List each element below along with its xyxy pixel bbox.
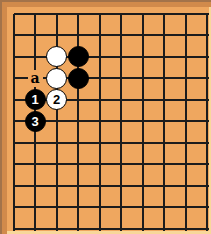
intersection[interactable] (132, 153, 154, 175)
intersection[interactable] (153, 153, 175, 175)
intersection[interactable] (132, 67, 154, 89)
intersection[interactable] (153, 175, 175, 197)
black-stone[interactable] (68, 68, 89, 89)
intersection[interactable] (89, 196, 111, 218)
intersection[interactable] (89, 46, 111, 68)
intersection[interactable] (132, 132, 154, 154)
intersection[interactable] (153, 67, 175, 89)
board-frame-edge-top (0, 0, 211, 2)
intersection[interactable] (67, 24, 89, 46)
intersection[interactable] (67, 89, 89, 111)
intersection[interactable] (153, 46, 175, 68)
white-stone[interactable] (46, 68, 67, 89)
white-stone[interactable] (46, 46, 67, 67)
cut-edge-right (209, 7, 211, 234)
intersection[interactable] (175, 110, 197, 132)
intersection[interactable] (89, 132, 111, 154)
intersection[interactable] (110, 132, 132, 154)
intersection[interactable] (175, 175, 197, 197)
intersection[interactable] (132, 46, 154, 68)
intersection[interactable] (89, 67, 111, 89)
intersection[interactable] (24, 24, 46, 46)
intersection[interactable] (132, 110, 154, 132)
intersection[interactable] (175, 153, 197, 175)
intersection[interactable] (46, 196, 68, 218)
intersection[interactable] (24, 175, 46, 197)
intersection[interactable] (132, 24, 154, 46)
intersection[interactable] (153, 110, 175, 132)
cut-edge-bottom (7, 231, 211, 234)
intersection[interactable] (110, 24, 132, 46)
intersection[interactable] (89, 24, 111, 46)
intersection[interactable] (153, 132, 175, 154)
black-stone[interactable]: 1 (25, 89, 46, 110)
intersection[interactable] (89, 110, 111, 132)
intersection[interactable] (175, 46, 197, 68)
intersection[interactable] (67, 132, 89, 154)
intersection[interactable] (67, 153, 89, 175)
intersection[interactable] (24, 196, 46, 218)
go-diagram: 123a (0, 0, 211, 234)
intersection[interactable] (89, 89, 111, 111)
intersection[interactable] (110, 67, 132, 89)
intersection[interactable] (175, 196, 197, 218)
intersection[interactable] (46, 175, 68, 197)
intersection[interactable] (89, 175, 111, 197)
intersection[interactable] (46, 132, 68, 154)
intersection[interactable] (67, 196, 89, 218)
intersection[interactable] (153, 196, 175, 218)
intersection[interactable] (175, 132, 197, 154)
intersection[interactable] (67, 175, 89, 197)
intersection[interactable] (110, 196, 132, 218)
intersection[interactable] (89, 153, 111, 175)
intersection[interactable] (24, 132, 46, 154)
intersection[interactable] (175, 89, 197, 111)
intersection[interactable] (46, 153, 68, 175)
intersection[interactable] (175, 24, 197, 46)
intersection[interactable] (67, 110, 89, 132)
intersection[interactable] (153, 24, 175, 46)
intersection[interactable] (153, 89, 175, 111)
intersection[interactable] (110, 89, 132, 111)
intersection[interactable] (110, 110, 132, 132)
board-frame-edge-left (0, 0, 2, 234)
black-stone[interactable] (68, 46, 89, 67)
intersection[interactable] (24, 46, 46, 68)
intersection[interactable] (132, 175, 154, 197)
intersection[interactable] (132, 196, 154, 218)
intersection[interactable] (24, 153, 46, 175)
intersection[interactable] (110, 46, 132, 68)
intersection[interactable] (46, 24, 68, 46)
point-label-a[interactable]: a (28, 70, 43, 87)
white-stone[interactable]: 2 (46, 89, 67, 110)
intersection[interactable] (132, 89, 154, 111)
intersection[interactable] (175, 67, 197, 89)
black-stone[interactable]: 3 (25, 111, 46, 132)
intersection[interactable] (110, 153, 132, 175)
intersection[interactable] (46, 110, 68, 132)
intersection[interactable] (110, 175, 132, 197)
